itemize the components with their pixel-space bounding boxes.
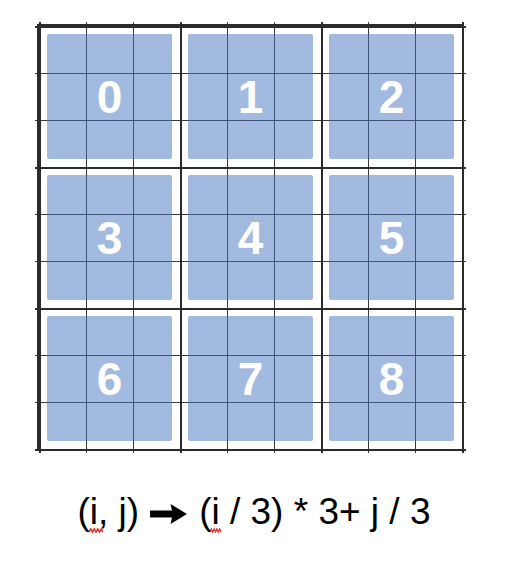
formula-rhs-tail: / 3) * 3+ j / 3 [220, 489, 431, 535]
box-1-label: 1 [238, 74, 264, 120]
box-7-label: 7 [238, 356, 264, 402]
formula-lhs-tail: j) [108, 489, 139, 535]
box-8: 8 [321, 308, 462, 449]
i-1-text: i, [90, 491, 109, 532]
sudoku-box-index-diagram: 0 1 2 3 4 [0, 0, 508, 562]
box-4: 4 [180, 167, 321, 308]
box-index-formula: (i, j)(i / 3) * 3+ j / 3 [0, 489, 508, 535]
box-3-label: 3 [97, 215, 123, 261]
box-0-highlight: 0 [47, 34, 172, 159]
box-0: 0 [39, 26, 180, 167]
box-2: 2 [321, 26, 462, 167]
box-3: 3 [39, 167, 180, 308]
box-2-label: 2 [379, 74, 405, 120]
box-2-highlight: 2 [329, 34, 454, 159]
box-4-highlight: 4 [188, 175, 313, 300]
box-7-highlight: 7 [188, 316, 313, 441]
box-5-highlight: 5 [329, 175, 454, 300]
sudoku-board: 0 1 2 3 4 [37, 24, 464, 451]
box-8-highlight: 8 [329, 316, 454, 441]
formula-i-2: i [211, 489, 219, 535]
box-0-label: 0 [97, 74, 123, 120]
formula-i-1: i, [90, 489, 109, 535]
i-2-text: i [211, 491, 219, 532]
box-7: 7 [180, 308, 321, 449]
box-5-label: 5 [379, 215, 405, 261]
spellcheck-squiggle-icon [210, 528, 221, 533]
box-6-label: 6 [97, 356, 123, 402]
box-6-highlight: 6 [47, 316, 172, 441]
box-4-label: 4 [238, 215, 264, 261]
box-5: 5 [321, 167, 462, 308]
right-arrow-icon [150, 503, 188, 525]
box-grid: 0 1 2 3 4 [39, 26, 462, 449]
box-8-label: 8 [379, 356, 405, 402]
box-1: 1 [180, 26, 321, 167]
box-6: 6 [39, 308, 180, 449]
box-3-highlight: 3 [47, 175, 172, 300]
box-1-highlight: 1 [188, 34, 313, 159]
spellcheck-squiggle-icon [89, 528, 103, 533]
